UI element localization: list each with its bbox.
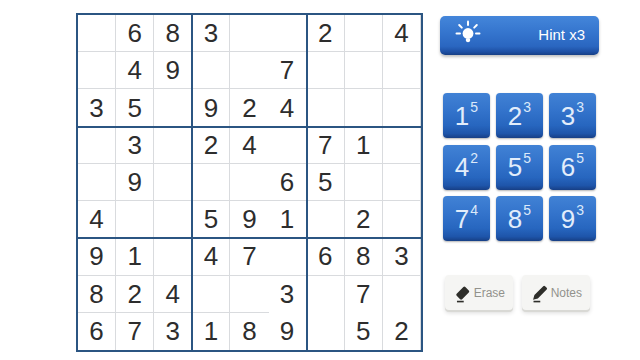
- cell-r7c9[interactable]: 3: [383, 238, 421, 275]
- cell-r3c5[interactable]: 2: [230, 89, 268, 126]
- cell-r1c3[interactable]: 8: [154, 15, 192, 52]
- numpad-digit: 2: [508, 103, 522, 129]
- cell-r2c8[interactable]: [345, 52, 383, 89]
- cell-r8c2[interactable]: 2: [116, 276, 154, 313]
- cell-r2c5[interactable]: [230, 52, 268, 89]
- cell-r6c8[interactable]: 2: [345, 201, 383, 238]
- cell-r2c2[interactable]: 4: [116, 52, 154, 89]
- numpad-digit: 5: [508, 154, 522, 180]
- cell-r5c4[interactable]: [192, 164, 230, 201]
- numpad-remaining-count: 4: [470, 203, 478, 217]
- cell-r1c5[interactable]: [230, 15, 268, 52]
- cell-r1c7[interactable]: 2: [307, 15, 345, 52]
- cell-r8c5[interactable]: [230, 276, 268, 313]
- pencil-icon: [529, 282, 551, 304]
- cell-r9c5[interactable]: 8: [230, 313, 268, 350]
- numpad-digit: 3: [561, 103, 575, 129]
- cell-r7c6[interactable]: [269, 238, 307, 275]
- cell-r4c4[interactable]: 2: [192, 127, 230, 164]
- cell-r2c4[interactable]: [192, 52, 230, 89]
- cell-r9c1[interactable]: 6: [78, 313, 116, 350]
- cell-r8c9[interactable]: [383, 276, 421, 313]
- cell-r2c7[interactable]: [307, 52, 345, 89]
- cell-r5c3[interactable]: [154, 164, 192, 201]
- numpad-remaining-count: 3: [576, 100, 584, 114]
- cell-r1c6[interactable]: [269, 15, 307, 52]
- cell-r4c9[interactable]: [383, 127, 421, 164]
- cell-r8c4[interactable]: [192, 276, 230, 313]
- cell-r7c2[interactable]: 1: [116, 238, 154, 275]
- cell-r9c2[interactable]: 7: [116, 313, 154, 350]
- cell-r5c6[interactable]: 6: [269, 164, 307, 201]
- cell-r5c8[interactable]: [345, 164, 383, 201]
- numpad-remaining-count: 3: [523, 100, 531, 114]
- cell-r9c6[interactable]: 9: [269, 313, 307, 350]
- erase-label: Erase: [474, 286, 505, 300]
- cell-r8c3[interactable]: 4: [154, 276, 192, 313]
- cell-r7c4[interactable]: 4: [192, 238, 230, 275]
- numpad-5-button[interactable]: 55: [496, 145, 543, 190]
- numpad-9-button[interactable]: 93: [549, 196, 596, 241]
- numpad-digit: 1: [455, 103, 469, 129]
- cell-r3c4[interactable]: 9: [192, 89, 230, 126]
- notes-button[interactable]: Notes: [522, 275, 590, 310]
- cell-r4c8[interactable]: 1: [345, 127, 383, 164]
- cell-r7c8[interactable]: 8: [345, 238, 383, 275]
- cell-r2c9[interactable]: [383, 52, 421, 89]
- cell-r2c1[interactable]: [78, 52, 116, 89]
- cell-r5c9[interactable]: [383, 164, 421, 201]
- numpad-remaining-count: 5: [523, 151, 531, 165]
- numpad-6-button[interactable]: 65: [549, 145, 596, 190]
- cell-r6c4[interactable]: 5: [192, 201, 230, 238]
- eraser-icon: [452, 282, 474, 304]
- cell-r4c2[interactable]: 3: [116, 127, 154, 164]
- cell-r7c7[interactable]: 6: [307, 238, 345, 275]
- cell-r3c1[interactable]: 3: [78, 89, 116, 126]
- numpad-3-button[interactable]: 33: [549, 93, 596, 138]
- cell-r3c2[interactable]: 5: [116, 89, 154, 126]
- cell-r8c1[interactable]: 8: [78, 276, 116, 313]
- sudoku-app: 6832449735924324719654591291476838243767…: [0, 0, 640, 360]
- cell-r3c8[interactable]: [345, 89, 383, 126]
- cell-r8c7[interactable]: [307, 276, 345, 313]
- numpad-digit: 9: [561, 206, 575, 232]
- lightbulb-icon: [453, 19, 483, 49]
- cell-r6c5[interactable]: 9: [230, 201, 268, 238]
- sudoku-board: 6832449735924324719654591291476838243767…: [76, 13, 423, 352]
- numpad-2-button[interactable]: 23: [496, 93, 543, 138]
- cell-r1c2[interactable]: 6: [116, 15, 154, 52]
- cell-r5c5[interactable]: [230, 164, 268, 201]
- hint-label: Hint x3: [538, 26, 585, 43]
- cell-r6c2[interactable]: [116, 201, 154, 238]
- numpad-7-button[interactable]: 74: [443, 196, 490, 241]
- cell-r5c2[interactable]: 9: [116, 164, 154, 201]
- cell-r2c3[interactable]: 9: [154, 52, 192, 89]
- numpad-8-button[interactable]: 85: [496, 196, 543, 241]
- cell-r6c9[interactable]: [383, 201, 421, 238]
- cell-r6c1[interactable]: 4: [78, 201, 116, 238]
- cell-r9c7[interactable]: [307, 313, 345, 350]
- cell-r4c3[interactable]: [154, 127, 192, 164]
- cell-r6c7[interactable]: [307, 201, 345, 238]
- number-pad: 152333425565748593: [443, 93, 596, 241]
- cell-r4c7[interactable]: 7: [307, 127, 345, 164]
- cell-r7c3[interactable]: [154, 238, 192, 275]
- cell-r8c8[interactable]: 7: [345, 276, 383, 313]
- cell-r9c3[interactable]: 3: [154, 313, 192, 350]
- cell-r6c6[interactable]: 1: [269, 201, 307, 238]
- cell-r9c8[interactable]: 5: [345, 313, 383, 350]
- cell-r8c6[interactable]: 3: [269, 276, 307, 313]
- cell-r2c6[interactable]: 7: [269, 52, 307, 89]
- cell-r7c5[interactable]: 7: [230, 238, 268, 275]
- numpad-digit: 6: [561, 154, 575, 180]
- cell-r6c3[interactable]: [154, 201, 192, 238]
- numpad-1-button[interactable]: 15: [443, 93, 490, 138]
- numpad-digit: 8: [508, 206, 522, 232]
- cell-r4c5[interactable]: 4: [230, 127, 268, 164]
- hint-button[interactable]: Hint x3: [440, 16, 599, 55]
- cell-r4c6[interactable]: [269, 127, 307, 164]
- cell-r3c9[interactable]: [383, 89, 421, 126]
- cell-r1c8[interactable]: [345, 15, 383, 52]
- erase-button[interactable]: Erase: [445, 275, 513, 310]
- cell-r1c1[interactable]: [78, 15, 116, 52]
- cell-r1c4[interactable]: 3: [192, 15, 230, 52]
- cell-r4c1[interactable]: [78, 127, 116, 164]
- numpad-digit: 7: [455, 206, 469, 232]
- cell-r3c6[interactable]: 4: [269, 89, 307, 126]
- numpad-remaining-count: 5: [470, 100, 478, 114]
- cell-r3c3[interactable]: [154, 89, 192, 126]
- cell-r5c7[interactable]: 5: [307, 164, 345, 201]
- cell-r9c9[interactable]: 2: [383, 313, 421, 350]
- cell-r3c7[interactable]: [307, 89, 345, 126]
- cell-r9c4[interactable]: 1: [192, 313, 230, 350]
- numpad-remaining-count: 3: [576, 203, 584, 217]
- notes-label: Notes: [551, 286, 582, 300]
- numpad-remaining-count: 2: [470, 151, 478, 165]
- cell-r1c9[interactable]: 4: [383, 15, 421, 52]
- numpad-remaining-count: 5: [523, 203, 531, 217]
- numpad-digit: 4: [455, 154, 469, 180]
- cell-r5c1[interactable]: [78, 164, 116, 201]
- cell-r7c1[interactable]: 9: [78, 238, 116, 275]
- numpad-4-button[interactable]: 42: [443, 145, 490, 190]
- numpad-remaining-count: 5: [576, 151, 584, 165]
